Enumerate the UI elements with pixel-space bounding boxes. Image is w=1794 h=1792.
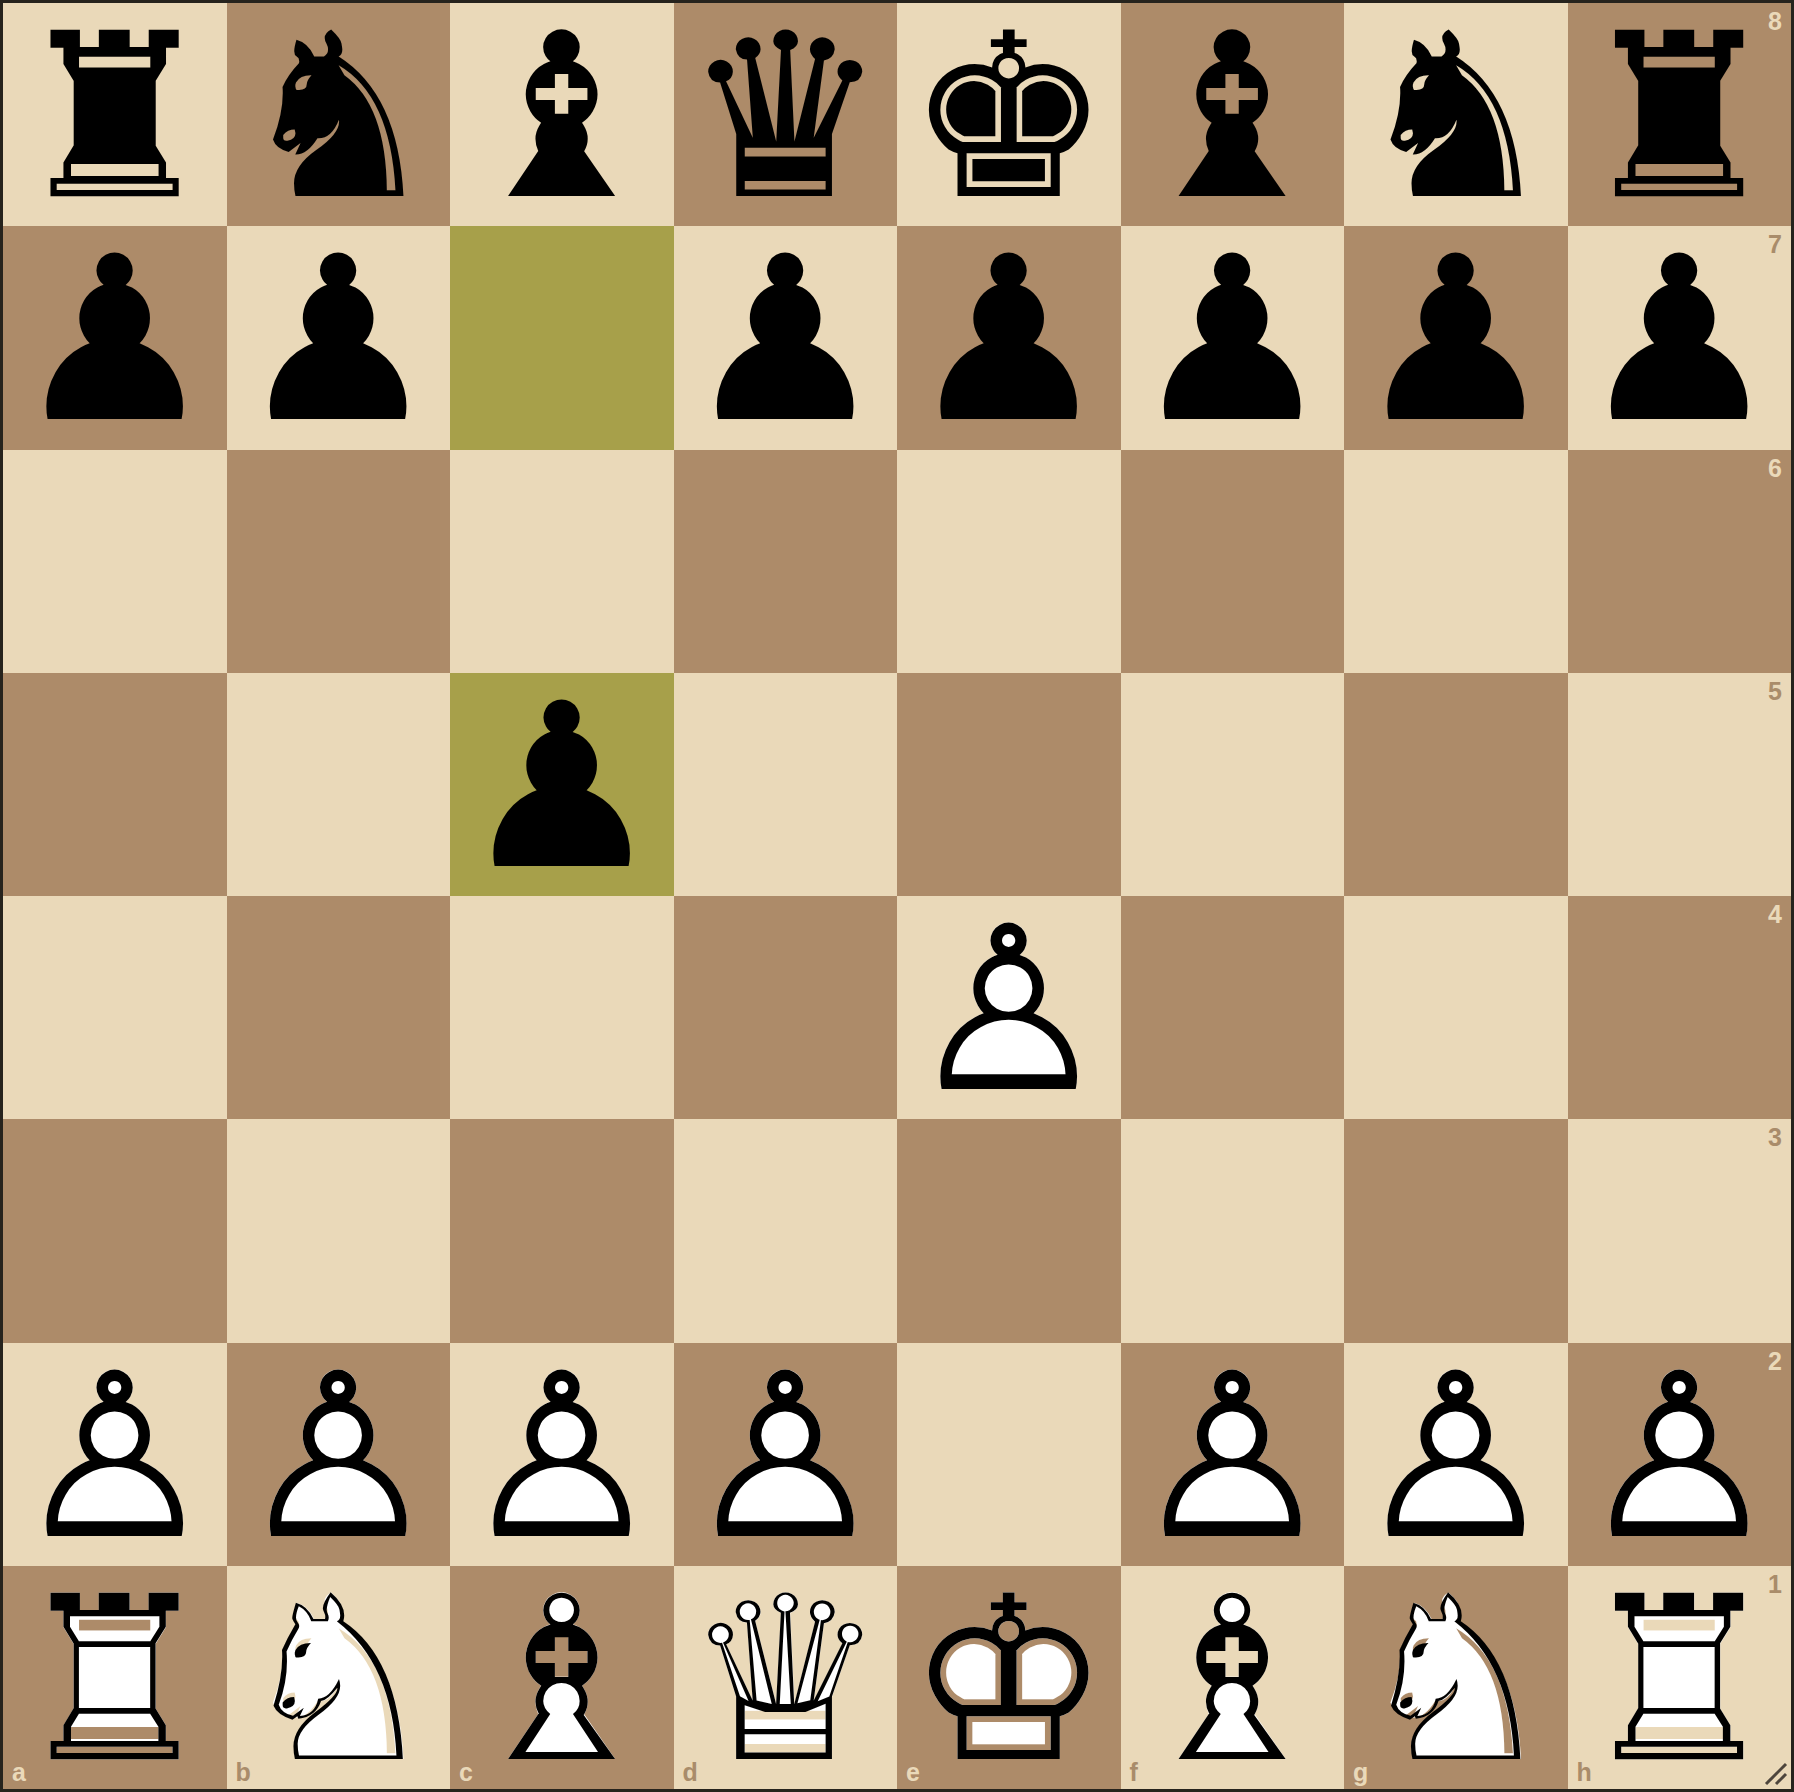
square-f4[interactable] [1121, 896, 1345, 1119]
square-g1[interactable]: ♞♘g [1344, 1566, 1568, 1789]
square-e4[interactable]: ♟♙ [897, 896, 1121, 1119]
white-bishop[interactable]: ♝♗ [450, 1566, 674, 1789]
rank-label-6: 6 [1768, 456, 1782, 481]
square-c3[interactable] [450, 1119, 674, 1342]
square-c7[interactable] [450, 226, 674, 449]
square-e8[interactable]: ♚ [897, 3, 1121, 226]
square-g8[interactable]: ♞ [1344, 3, 1568, 226]
square-b5[interactable] [227, 673, 451, 896]
black-pawn[interactable]: ♟ [1121, 226, 1345, 449]
rank-label-4: 4 [1768, 902, 1782, 927]
square-h8[interactable]: ♜8 [1568, 3, 1792, 226]
black-bishop[interactable]: ♝ [1121, 3, 1345, 226]
white-rook[interactable]: ♜♖ [1568, 1566, 1792, 1789]
square-g4[interactable] [1344, 896, 1568, 1119]
black-knight[interactable]: ♞ [1344, 3, 1568, 226]
black-pawn[interactable]: ♟ [1568, 226, 1792, 449]
rank-label-3: 3 [1768, 1125, 1782, 1150]
square-h2[interactable]: ♟♙2 [1568, 1343, 1792, 1566]
black-pawn[interactable]: ♟ [227, 226, 451, 449]
square-f8[interactable]: ♝ [1121, 3, 1345, 226]
square-d5[interactable] [674, 673, 898, 896]
white-pawn[interactable]: ♟♙ [674, 1343, 898, 1566]
white-pawn[interactable]: ♟♙ [227, 1343, 451, 1566]
square-e2[interactable] [897, 1343, 1121, 1566]
square-g7[interactable]: ♟ [1344, 226, 1568, 449]
square-g3[interactable] [1344, 1119, 1568, 1342]
white-knight[interactable]: ♞♘ [1344, 1566, 1568, 1789]
rank-label-5: 5 [1768, 679, 1782, 704]
square-c4[interactable] [450, 896, 674, 1119]
square-h7[interactable]: ♟7 [1568, 226, 1792, 449]
square-f7[interactable]: ♟ [1121, 226, 1345, 449]
square-f3[interactable] [1121, 1119, 1345, 1342]
black-pawn[interactable]: ♟ [3, 226, 227, 449]
black-queen[interactable]: ♛ [674, 3, 898, 226]
square-b8[interactable]: ♞ [227, 3, 451, 226]
square-a8[interactable]: ♜ [3, 3, 227, 226]
white-pawn[interactable]: ♟♙ [1344, 1343, 1568, 1566]
square-c8[interactable]: ♝ [450, 3, 674, 226]
square-a4[interactable] [3, 896, 227, 1119]
square-a7[interactable]: ♟ [3, 226, 227, 449]
square-c1[interactable]: ♝♗c [450, 1566, 674, 1789]
square-c5[interactable]: ♟ [450, 673, 674, 896]
square-h6[interactable]: 6 [1568, 450, 1792, 673]
square-h3[interactable]: 3 [1568, 1119, 1792, 1342]
black-rook[interactable]: ♜ [1568, 3, 1792, 226]
square-d2[interactable]: ♟♙ [674, 1343, 898, 1566]
black-pawn[interactable]: ♟ [674, 226, 898, 449]
black-rook[interactable]: ♜ [3, 3, 227, 226]
black-bishop[interactable]: ♝ [450, 3, 674, 226]
square-d1[interactable]: ♛♕d [674, 1566, 898, 1789]
chess-board: ♜♞♝♛♚♝♞♜8♟♟♟♟♟♟♟76♟5♟♙43♟♙♟♙♟♙♟♙♟♙♟♙♟♙2♜… [0, 0, 1794, 1792]
square-e1[interactable]: ♚♔e [897, 1566, 1121, 1789]
square-a3[interactable] [3, 1119, 227, 1342]
black-pawn[interactable]: ♟ [897, 226, 1121, 449]
square-f1[interactable]: ♝♗f [1121, 1566, 1345, 1789]
white-rook[interactable]: ♜♖ [3, 1566, 227, 1789]
square-h1[interactable]: ♜♖1h [1568, 1566, 1792, 1789]
black-pawn[interactable]: ♟ [1344, 226, 1568, 449]
square-b2[interactable]: ♟♙ [227, 1343, 451, 1566]
square-c6[interactable] [450, 450, 674, 673]
white-pawn[interactable]: ♟♙ [1568, 1343, 1792, 1566]
square-d8[interactable]: ♛ [674, 3, 898, 226]
square-d6[interactable] [674, 450, 898, 673]
square-g6[interactable] [1344, 450, 1568, 673]
square-f2[interactable]: ♟♙ [1121, 1343, 1345, 1566]
square-b4[interactable] [227, 896, 451, 1119]
square-e5[interactable] [897, 673, 1121, 896]
white-pawn[interactable]: ♟♙ [897, 896, 1121, 1119]
black-pawn[interactable]: ♟ [450, 673, 674, 896]
square-h5[interactable]: 5 [1568, 673, 1792, 896]
white-king[interactable]: ♚♔ [897, 1566, 1121, 1789]
square-b1[interactable]: ♞♘b [227, 1566, 451, 1789]
square-e6[interactable] [897, 450, 1121, 673]
square-b3[interactable] [227, 1119, 451, 1342]
black-knight[interactable]: ♞ [227, 3, 451, 226]
square-d4[interactable] [674, 896, 898, 1119]
square-f5[interactable] [1121, 673, 1345, 896]
square-g2[interactable]: ♟♙ [1344, 1343, 1568, 1566]
board-resize-icon[interactable] [1759, 1757, 1789, 1787]
square-b6[interactable] [227, 450, 451, 673]
white-knight[interactable]: ♞♘ [227, 1566, 451, 1789]
square-f6[interactable] [1121, 450, 1345, 673]
black-king[interactable]: ♚ [897, 3, 1121, 226]
square-e3[interactable] [897, 1119, 1121, 1342]
square-h4[interactable]: 4 [1568, 896, 1792, 1119]
white-pawn[interactable]: ♟♙ [1121, 1343, 1345, 1566]
square-a5[interactable] [3, 673, 227, 896]
white-pawn[interactable]: ♟♙ [3, 1343, 227, 1566]
square-d3[interactable] [674, 1119, 898, 1342]
square-e7[interactable]: ♟ [897, 226, 1121, 449]
white-pawn[interactable]: ♟♙ [450, 1343, 674, 1566]
square-a1[interactable]: ♜♖a [3, 1566, 227, 1789]
white-queen[interactable]: ♛♕ [674, 1566, 898, 1789]
square-a2[interactable]: ♟♙ [3, 1343, 227, 1566]
square-c2[interactable]: ♟♙ [450, 1343, 674, 1566]
square-g5[interactable] [1344, 673, 1568, 896]
white-bishop[interactable]: ♝♗ [1121, 1566, 1345, 1789]
square-b7[interactable]: ♟ [227, 226, 451, 449]
square-a6[interactable] [3, 450, 227, 673]
square-d7[interactable]: ♟ [674, 226, 898, 449]
